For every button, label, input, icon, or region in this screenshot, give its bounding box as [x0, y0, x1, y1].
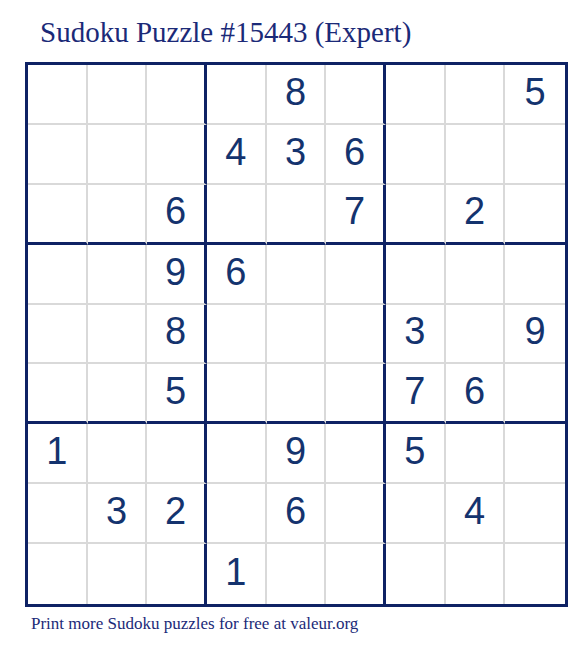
cell-r2c2 [88, 125, 148, 185]
cell-r8c3: 2 [147, 484, 207, 544]
cell-r5c3: 8 [147, 305, 207, 365]
cell-r6c7: 7 [386, 364, 446, 424]
cell-r4c7 [386, 245, 446, 305]
cell-r8c2: 3 [88, 484, 148, 544]
cell-r7c1: 1 [28, 424, 88, 484]
cell-r8c9 [505, 484, 565, 544]
cell-r1c3 [147, 65, 207, 125]
cell-r7c8 [446, 424, 506, 484]
cell-r2c1 [28, 125, 88, 185]
cell-r2c5: 3 [267, 125, 327, 185]
cell-r9c1 [28, 544, 88, 604]
cell-r2c8 [446, 125, 506, 185]
cell-r4c4: 6 [207, 245, 267, 305]
cell-r5c2 [88, 305, 148, 365]
sudoku-board: 854366729683957619532641 [25, 62, 568, 607]
cell-r8c5: 6 [267, 484, 327, 544]
cell-r6c6 [326, 364, 386, 424]
cell-r2c7 [386, 125, 446, 185]
cell-r5c9: 9 [505, 305, 565, 365]
cell-r4c8 [446, 245, 506, 305]
page-title: Sudoku Puzzle #15443 (Expert) [40, 16, 411, 49]
cell-r1c2 [88, 65, 148, 125]
cell-r2c6: 6 [326, 125, 386, 185]
cell-r3c4 [207, 185, 267, 245]
cell-r4c6 [326, 245, 386, 305]
cell-r6c3: 5 [147, 364, 207, 424]
cell-r2c3 [147, 125, 207, 185]
cell-r9c5 [267, 544, 327, 604]
cell-r8c4 [207, 484, 267, 544]
cell-r6c1 [28, 364, 88, 424]
cell-r8c6 [326, 484, 386, 544]
cell-r9c7 [386, 544, 446, 604]
cell-r5c1 [28, 305, 88, 365]
cell-r1c5: 8 [267, 65, 327, 125]
cell-r5c8 [446, 305, 506, 365]
cell-r6c4 [207, 364, 267, 424]
cell-r1c7 [386, 65, 446, 125]
cell-r7c7: 5 [386, 424, 446, 484]
cell-r8c8: 4 [446, 484, 506, 544]
cell-r6c2 [88, 364, 148, 424]
cell-r7c9 [505, 424, 565, 484]
cell-r7c3 [147, 424, 207, 484]
cell-r6c5 [267, 364, 327, 424]
cell-r7c6 [326, 424, 386, 484]
cell-r3c7 [386, 185, 446, 245]
cell-r4c9 [505, 245, 565, 305]
footer-text: Print more Sudoku puzzles for free at va… [31, 614, 358, 634]
cell-r6c9 [505, 364, 565, 424]
cell-r9c3 [147, 544, 207, 604]
cell-r3c5 [267, 185, 327, 245]
cell-r4c1 [28, 245, 88, 305]
cell-r4c2 [88, 245, 148, 305]
cell-r7c4 [207, 424, 267, 484]
cell-r2c4: 4 [207, 125, 267, 185]
cell-r3c9 [505, 185, 565, 245]
cell-r5c4 [207, 305, 267, 365]
cell-r1c8 [446, 65, 506, 125]
cell-r2c9 [505, 125, 565, 185]
cell-r1c6 [326, 65, 386, 125]
cell-r8c1 [28, 484, 88, 544]
cell-r1c1 [28, 65, 88, 125]
cell-r9c8 [446, 544, 506, 604]
cell-r5c5 [267, 305, 327, 365]
cell-r3c3: 6 [147, 185, 207, 245]
cell-r5c6 [326, 305, 386, 365]
cell-r8c7 [386, 484, 446, 544]
cell-r1c4 [207, 65, 267, 125]
cell-r3c6: 7 [326, 185, 386, 245]
cell-r7c5: 9 [267, 424, 327, 484]
cell-r5c7: 3 [386, 305, 446, 365]
cell-r9c2 [88, 544, 148, 604]
cell-r9c9 [505, 544, 565, 604]
cell-r9c6 [326, 544, 386, 604]
sudoku-print-page: Sudoku Puzzle #15443 (Expert) 8543667296… [0, 0, 580, 651]
cell-r9c4: 1 [207, 544, 267, 604]
cell-r3c1 [28, 185, 88, 245]
cell-r1c9: 5 [505, 65, 565, 125]
cell-r6c8: 6 [446, 364, 506, 424]
cell-r3c2 [88, 185, 148, 245]
cell-r4c5 [267, 245, 327, 305]
cell-r7c2 [88, 424, 148, 484]
cell-r4c3: 9 [147, 245, 207, 305]
cell-r3c8: 2 [446, 185, 506, 245]
